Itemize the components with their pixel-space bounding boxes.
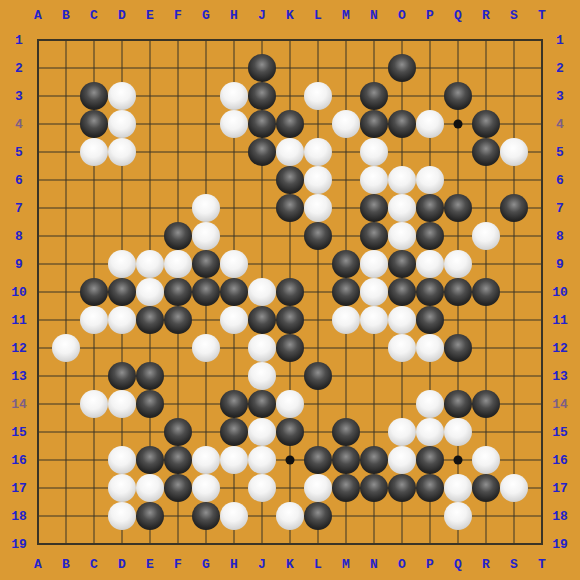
- row-label-left: 3: [15, 90, 23, 103]
- white-stone[interactable]: [472, 446, 500, 474]
- row-label-left: 14: [11, 398, 27, 411]
- row-label-left: 7: [15, 202, 23, 215]
- row-label-right: 7: [556, 202, 564, 215]
- black-stone[interactable]: [472, 474, 500, 502]
- white-stone[interactable]: [276, 502, 304, 530]
- black-stone[interactable]: [444, 278, 472, 306]
- white-stone[interactable]: [500, 138, 528, 166]
- row-label-right: 8: [556, 230, 564, 243]
- column-label-bottom: K: [286, 558, 294, 571]
- black-stone[interactable]: [164, 474, 192, 502]
- black-stone[interactable]: [136, 306, 164, 334]
- black-stone[interactable]: [332, 418, 360, 446]
- row-label-left: 11: [11, 314, 27, 327]
- column-label-bottom: O: [398, 558, 406, 571]
- white-stone[interactable]: [304, 474, 332, 502]
- black-stone[interactable]: [360, 110, 388, 138]
- white-stone[interactable]: [416, 390, 444, 418]
- column-label-bottom: H: [230, 558, 238, 571]
- row-label-left: 16: [11, 454, 27, 467]
- column-label-bottom: R: [482, 558, 490, 571]
- column-label-top: H: [230, 9, 238, 22]
- white-stone[interactable]: [192, 334, 220, 362]
- white-stone[interactable]: [248, 362, 276, 390]
- white-stone[interactable]: [416, 166, 444, 194]
- black-stone[interactable]: [388, 250, 416, 278]
- black-stone[interactable]: [220, 390, 248, 418]
- column-label-bottom: N: [370, 558, 378, 571]
- white-stone[interactable]: [388, 194, 416, 222]
- row-label-left: 17: [11, 482, 27, 495]
- black-stone[interactable]: [500, 194, 528, 222]
- row-label-left: 8: [15, 230, 23, 243]
- black-stone[interactable]: [192, 250, 220, 278]
- column-label-top: K: [286, 9, 294, 22]
- white-stone[interactable]: [192, 474, 220, 502]
- column-label-top: L: [314, 9, 322, 22]
- black-stone[interactable]: [80, 82, 108, 110]
- white-stone[interactable]: [304, 82, 332, 110]
- column-label-top: A: [34, 9, 42, 22]
- row-label-right: 9: [556, 258, 564, 271]
- white-stone[interactable]: [444, 474, 472, 502]
- column-label-bottom: G: [202, 558, 210, 571]
- row-label-right: 6: [556, 174, 564, 187]
- row-label-left: 5: [15, 146, 23, 159]
- star-point: [454, 456, 463, 465]
- black-stone[interactable]: [416, 194, 444, 222]
- column-label-bottom: A: [34, 558, 42, 571]
- column-label-top: N: [370, 9, 378, 22]
- black-stone[interactable]: [164, 446, 192, 474]
- black-stone[interactable]: [388, 278, 416, 306]
- white-stone[interactable]: [220, 82, 248, 110]
- white-stone[interactable]: [220, 446, 248, 474]
- white-stone[interactable]: [192, 194, 220, 222]
- black-stone[interactable]: [276, 166, 304, 194]
- white-stone[interactable]: [108, 82, 136, 110]
- white-stone[interactable]: [80, 138, 108, 166]
- white-stone[interactable]: [388, 446, 416, 474]
- black-stone[interactable]: [164, 278, 192, 306]
- black-stone[interactable]: [80, 278, 108, 306]
- white-stone[interactable]: [248, 418, 276, 446]
- column-label-top: P: [426, 9, 434, 22]
- black-stone[interactable]: [220, 278, 248, 306]
- white-stone[interactable]: [388, 334, 416, 362]
- row-label-left: 13: [11, 370, 27, 383]
- row-label-right: 10: [552, 286, 568, 299]
- column-label-bottom: M: [342, 558, 350, 571]
- black-stone[interactable]: [276, 334, 304, 362]
- column-label-top: G: [202, 9, 210, 22]
- white-stone[interactable]: [388, 222, 416, 250]
- row-label-right: 19: [552, 538, 568, 551]
- column-label-top: D: [118, 9, 126, 22]
- column-label-bottom: D: [118, 558, 126, 571]
- black-stone[interactable]: [80, 110, 108, 138]
- white-stone[interactable]: [444, 418, 472, 446]
- row-label-left: 18: [11, 510, 27, 523]
- star-point: [454, 120, 463, 129]
- black-stone[interactable]: [248, 306, 276, 334]
- white-stone[interactable]: [304, 194, 332, 222]
- row-label-left: 2: [15, 62, 23, 75]
- white-stone[interactable]: [248, 446, 276, 474]
- go-board-app: AABBCCDDEEFFGGHHJJKKLLMMNNOOPPQQRRSSTT11…: [0, 0, 580, 580]
- row-label-right: 15: [552, 426, 568, 439]
- black-stone[interactable]: [360, 82, 388, 110]
- black-stone[interactable]: [416, 306, 444, 334]
- column-label-bottom: F: [174, 558, 182, 571]
- column-label-top: O: [398, 9, 406, 22]
- black-stone[interactable]: [304, 222, 332, 250]
- white-stone[interactable]: [360, 166, 388, 194]
- row-label-right: 18: [552, 510, 568, 523]
- white-stone[interactable]: [276, 138, 304, 166]
- column-label-top: R: [482, 9, 490, 22]
- column-label-bottom: L: [314, 558, 322, 571]
- white-stone[interactable]: [80, 390, 108, 418]
- white-stone[interactable]: [416, 250, 444, 278]
- white-stone[interactable]: [164, 250, 192, 278]
- black-stone[interactable]: [248, 110, 276, 138]
- black-stone[interactable]: [248, 54, 276, 82]
- black-stone[interactable]: [444, 390, 472, 418]
- black-stone[interactable]: [192, 278, 220, 306]
- white-stone[interactable]: [136, 474, 164, 502]
- white-stone[interactable]: [136, 250, 164, 278]
- column-label-top: E: [146, 9, 154, 22]
- white-stone[interactable]: [388, 166, 416, 194]
- black-stone[interactable]: [136, 446, 164, 474]
- black-stone[interactable]: [360, 446, 388, 474]
- black-stone[interactable]: [472, 390, 500, 418]
- row-label-right: 3: [556, 90, 564, 103]
- black-stone[interactable]: [388, 474, 416, 502]
- black-stone[interactable]: [416, 446, 444, 474]
- black-stone[interactable]: [248, 82, 276, 110]
- column-label-bottom: E: [146, 558, 154, 571]
- column-label-top: Q: [454, 9, 462, 22]
- white-stone[interactable]: [360, 278, 388, 306]
- white-stone[interactable]: [248, 278, 276, 306]
- column-label-top: C: [90, 9, 98, 22]
- white-stone[interactable]: [52, 334, 80, 362]
- white-stone[interactable]: [360, 138, 388, 166]
- row-label-left: 6: [15, 174, 23, 187]
- black-stone[interactable]: [360, 194, 388, 222]
- white-stone[interactable]: [220, 502, 248, 530]
- black-stone[interactable]: [136, 362, 164, 390]
- white-stone[interactable]: [192, 222, 220, 250]
- white-stone[interactable]: [388, 306, 416, 334]
- row-label-right: 11: [552, 314, 568, 327]
- row-label-left: 1: [15, 34, 23, 47]
- row-label-right: 12: [552, 342, 568, 355]
- column-label-bottom: C: [90, 558, 98, 571]
- white-stone[interactable]: [108, 390, 136, 418]
- white-stone[interactable]: [108, 306, 136, 334]
- white-stone[interactable]: [108, 250, 136, 278]
- row-label-left: 12: [11, 342, 27, 355]
- column-label-bottom: Q: [454, 558, 462, 571]
- row-label-left: 10: [11, 286, 27, 299]
- white-stone[interactable]: [220, 110, 248, 138]
- column-label-bottom: J: [258, 558, 266, 571]
- white-stone[interactable]: [304, 166, 332, 194]
- black-stone[interactable]: [444, 82, 472, 110]
- white-stone[interactable]: [360, 250, 388, 278]
- black-stone[interactable]: [332, 250, 360, 278]
- row-label-right: 14: [552, 398, 568, 411]
- white-stone[interactable]: [388, 418, 416, 446]
- black-stone[interactable]: [276, 418, 304, 446]
- column-label-top: F: [174, 9, 182, 22]
- black-stone[interactable]: [444, 194, 472, 222]
- black-stone[interactable]: [248, 138, 276, 166]
- black-stone[interactable]: [332, 446, 360, 474]
- column-label-top: T: [538, 9, 546, 22]
- black-stone[interactable]: [416, 474, 444, 502]
- column-label-bottom: P: [426, 558, 434, 571]
- black-stone[interactable]: [304, 502, 332, 530]
- black-stone[interactable]: [304, 446, 332, 474]
- row-label-right: 4: [556, 118, 564, 131]
- black-stone[interactable]: [304, 362, 332, 390]
- column-label-bottom: T: [538, 558, 546, 571]
- row-label-right: 16: [552, 454, 568, 467]
- white-stone[interactable]: [416, 110, 444, 138]
- white-stone[interactable]: [108, 446, 136, 474]
- black-stone[interactable]: [108, 362, 136, 390]
- row-label-left: 19: [11, 538, 27, 551]
- white-stone[interactable]: [108, 110, 136, 138]
- white-stone[interactable]: [500, 474, 528, 502]
- black-stone[interactable]: [108, 278, 136, 306]
- white-stone[interactable]: [304, 138, 332, 166]
- star-point: [286, 456, 295, 465]
- white-stone[interactable]: [192, 446, 220, 474]
- black-stone[interactable]: [136, 502, 164, 530]
- black-stone[interactable]: [192, 502, 220, 530]
- black-stone[interactable]: [136, 390, 164, 418]
- row-label-left: 4: [15, 118, 23, 131]
- column-label-top: B: [62, 9, 70, 22]
- row-label-right: 1: [556, 34, 564, 47]
- white-stone[interactable]: [332, 306, 360, 334]
- white-stone[interactable]: [248, 474, 276, 502]
- black-stone[interactable]: [444, 334, 472, 362]
- row-label-right: 2: [556, 62, 564, 75]
- white-stone[interactable]: [472, 222, 500, 250]
- black-stone[interactable]: [332, 474, 360, 502]
- black-stone[interactable]: [472, 278, 500, 306]
- black-stone[interactable]: [276, 110, 304, 138]
- white-stone[interactable]: [108, 502, 136, 530]
- row-label-left: 15: [11, 426, 27, 439]
- row-label-left: 9: [15, 258, 23, 271]
- white-stone[interactable]: [108, 138, 136, 166]
- row-label-right: 13: [552, 370, 568, 383]
- row-label-right: 5: [556, 146, 564, 159]
- black-stone[interactable]: [332, 278, 360, 306]
- white-stone[interactable]: [444, 250, 472, 278]
- black-stone[interactable]: [164, 306, 192, 334]
- black-stone[interactable]: [164, 222, 192, 250]
- white-stone[interactable]: [108, 474, 136, 502]
- white-stone[interactable]: [332, 110, 360, 138]
- black-stone[interactable]: [276, 306, 304, 334]
- white-stone[interactable]: [360, 306, 388, 334]
- black-stone[interactable]: [360, 474, 388, 502]
- black-stone[interactable]: [164, 418, 192, 446]
- column-label-top: S: [510, 9, 518, 22]
- white-stone[interactable]: [416, 334, 444, 362]
- white-stone[interactable]: [220, 250, 248, 278]
- column-label-top: M: [342, 9, 350, 22]
- black-stone[interactable]: [416, 278, 444, 306]
- white-stone[interactable]: [276, 390, 304, 418]
- black-stone[interactable]: [220, 418, 248, 446]
- white-stone[interactable]: [220, 306, 248, 334]
- black-stone[interactable]: [360, 222, 388, 250]
- black-stone[interactable]: [472, 110, 500, 138]
- white-stone[interactable]: [416, 418, 444, 446]
- white-stone[interactable]: [136, 278, 164, 306]
- black-stone[interactable]: [248, 390, 276, 418]
- column-label-top: J: [258, 9, 266, 22]
- column-label-bottom: B: [62, 558, 70, 571]
- white-stone[interactable]: [248, 334, 276, 362]
- black-stone[interactable]: [472, 138, 500, 166]
- black-stone[interactable]: [276, 194, 304, 222]
- black-stone[interactable]: [388, 110, 416, 138]
- white-stone[interactable]: [444, 502, 472, 530]
- white-stone[interactable]: [80, 306, 108, 334]
- black-stone[interactable]: [276, 278, 304, 306]
- row-label-right: 17: [552, 482, 568, 495]
- column-label-bottom: S: [510, 558, 518, 571]
- black-stone[interactable]: [388, 54, 416, 82]
- black-stone[interactable]: [416, 222, 444, 250]
